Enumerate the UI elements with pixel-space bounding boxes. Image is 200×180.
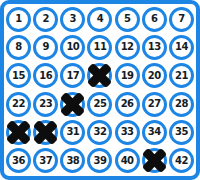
number-cell-33[interactable]: 33 bbox=[114, 118, 141, 146]
number-ball: 25 bbox=[87, 92, 112, 117]
number-ball: 33 bbox=[115, 120, 140, 145]
cell-number-label: 20 bbox=[148, 70, 161, 80]
cell-number-label: 16 bbox=[39, 70, 52, 80]
number-cell-28[interactable]: 28 bbox=[168, 90, 195, 118]
cell-number-label: 28 bbox=[175, 99, 188, 109]
cell-number-label: 38 bbox=[66, 155, 79, 165]
cell-number-label: 8 bbox=[15, 42, 21, 52]
number-cell-38[interactable]: 38 bbox=[59, 147, 86, 175]
number-ball: 9 bbox=[33, 35, 58, 60]
number-cell-22[interactable]: 22 bbox=[5, 90, 32, 118]
cell-number-label: 21 bbox=[175, 70, 188, 80]
number-cell-19[interactable]: 19 bbox=[114, 62, 141, 90]
cell-number-label: 12 bbox=[121, 42, 134, 52]
number-ball: 19 bbox=[115, 63, 140, 88]
number-ball: 21 bbox=[169, 63, 194, 88]
number-cell-8[interactable]: 8 bbox=[5, 33, 32, 61]
number-ball: 14 bbox=[169, 35, 194, 60]
number-ball: 6 bbox=[142, 7, 167, 32]
lottery-number-board: 1234567891011121314151617192021222325262… bbox=[0, 0, 200, 180]
cell-number-label: 26 bbox=[121, 99, 134, 109]
number-cell-13[interactable]: 13 bbox=[141, 33, 168, 61]
number-cell-9[interactable]: 9 bbox=[32, 33, 59, 61]
cell-number-label: 17 bbox=[66, 70, 79, 80]
number-cell-37[interactable]: 37 bbox=[32, 147, 59, 175]
cell-number-label: 6 bbox=[151, 14, 157, 24]
number-ball: 35 bbox=[169, 120, 194, 145]
number-cell-12[interactable]: 12 bbox=[114, 33, 141, 61]
crossed-ball bbox=[33, 120, 58, 145]
number-cell-1[interactable]: 1 bbox=[5, 5, 32, 33]
number-ball: 17 bbox=[60, 63, 85, 88]
cell-number-label: 5 bbox=[124, 14, 130, 24]
cell-number-label: 25 bbox=[94, 99, 107, 109]
cell-number-label: 19 bbox=[121, 70, 134, 80]
number-cell-7[interactable]: 7 bbox=[168, 5, 195, 33]
number-ball: 16 bbox=[33, 63, 58, 88]
cell-number-label: 7 bbox=[178, 14, 184, 24]
number-cell-16[interactable]: 16 bbox=[32, 62, 59, 90]
number-ball: 2 bbox=[33, 7, 58, 32]
cell-number-label: 39 bbox=[94, 155, 107, 165]
crossed-ball bbox=[142, 148, 167, 173]
number-cell-17[interactable]: 17 bbox=[59, 62, 86, 90]
number-cell-25[interactable]: 25 bbox=[86, 90, 113, 118]
cell-number-label: 35 bbox=[175, 127, 188, 137]
cell-number-label: 23 bbox=[39, 99, 52, 109]
number-cell-6[interactable]: 6 bbox=[141, 5, 168, 33]
cell-number-label: 40 bbox=[121, 155, 134, 165]
number-cell-31[interactable]: 31 bbox=[59, 118, 86, 146]
number-ball: 31 bbox=[60, 120, 85, 145]
number-cell-3[interactable]: 3 bbox=[59, 5, 86, 33]
number-ball: 23 bbox=[33, 92, 58, 117]
number-ball: 37 bbox=[33, 148, 58, 173]
number-cell-27[interactable]: 27 bbox=[141, 90, 168, 118]
cell-number-label: 15 bbox=[12, 70, 25, 80]
number-ball: 34 bbox=[142, 120, 167, 145]
number-cell-11[interactable]: 11 bbox=[86, 33, 113, 61]
cell-number-label: 37 bbox=[39, 155, 52, 165]
number-cell-42[interactable]: 42 bbox=[168, 147, 195, 175]
crossed-number-cell-30[interactable] bbox=[32, 118, 59, 146]
number-cell-10[interactable]: 10 bbox=[59, 33, 86, 61]
number-ball: 13 bbox=[142, 35, 167, 60]
number-ball: 12 bbox=[115, 35, 140, 60]
cell-number-label: 9 bbox=[42, 42, 48, 52]
crossed-ball bbox=[87, 63, 112, 88]
cell-number-label: 27 bbox=[148, 99, 161, 109]
number-cell-39[interactable]: 39 bbox=[86, 147, 113, 175]
number-ball: 8 bbox=[6, 35, 31, 60]
number-cell-4[interactable]: 4 bbox=[86, 5, 113, 33]
number-ball: 10 bbox=[60, 35, 85, 60]
cell-number-label: 3 bbox=[70, 14, 76, 24]
number-ball: 26 bbox=[115, 92, 140, 117]
number-cell-15[interactable]: 15 bbox=[5, 62, 32, 90]
cell-number-label: 1 bbox=[15, 14, 21, 24]
number-ball: 27 bbox=[142, 92, 167, 117]
cell-number-label: 33 bbox=[121, 127, 134, 137]
cell-number-label: 22 bbox=[12, 99, 25, 109]
number-cell-36[interactable]: 36 bbox=[5, 147, 32, 175]
number-cell-26[interactable]: 26 bbox=[114, 90, 141, 118]
number-cell-5[interactable]: 5 bbox=[114, 5, 141, 33]
number-ball: 4 bbox=[87, 7, 112, 32]
cell-number-label: 13 bbox=[148, 42, 161, 52]
number-cell-40[interactable]: 40 bbox=[114, 147, 141, 175]
crossed-number-cell-41[interactable] bbox=[141, 147, 168, 175]
number-ball: 3 bbox=[60, 7, 85, 32]
crossed-number-cell-18[interactable] bbox=[86, 62, 113, 90]
number-cell-14[interactable]: 14 bbox=[168, 33, 195, 61]
number-ball: 15 bbox=[6, 63, 31, 88]
number-ball: 22 bbox=[6, 92, 31, 117]
number-ball: 38 bbox=[60, 148, 85, 173]
crossed-ball bbox=[60, 92, 85, 117]
crossed-ball bbox=[6, 120, 31, 145]
cell-number-label: 2 bbox=[42, 14, 48, 24]
number-ball: 32 bbox=[87, 120, 112, 145]
number-cell-20[interactable]: 20 bbox=[141, 62, 168, 90]
number-ball: 5 bbox=[115, 7, 140, 32]
number-ball: 1 bbox=[6, 7, 31, 32]
cell-number-label: 36 bbox=[12, 155, 25, 165]
number-ball: 7 bbox=[169, 7, 194, 32]
cell-number-label: 11 bbox=[94, 42, 107, 52]
cell-number-label: 10 bbox=[66, 42, 79, 52]
cell-number-label: 31 bbox=[66, 127, 79, 137]
number-ball: 39 bbox=[87, 148, 112, 173]
number-cell-23[interactable]: 23 bbox=[32, 90, 59, 118]
number-cell-21[interactable]: 21 bbox=[168, 62, 195, 90]
number-ball: 20 bbox=[142, 63, 167, 88]
cell-number-label: 4 bbox=[97, 14, 103, 24]
number-ball: 11 bbox=[87, 35, 112, 60]
number-cell-2[interactable]: 2 bbox=[32, 5, 59, 33]
cell-number-label: 34 bbox=[148, 127, 161, 137]
crossed-number-cell-29[interactable] bbox=[5, 118, 32, 146]
number-ball: 42 bbox=[169, 148, 194, 173]
number-cell-35[interactable]: 35 bbox=[168, 118, 195, 146]
cell-number-label: 14 bbox=[175, 42, 188, 52]
number-cell-34[interactable]: 34 bbox=[141, 118, 168, 146]
number-ball: 36 bbox=[6, 148, 31, 173]
number-ball: 40 bbox=[115, 148, 140, 173]
crossed-number-cell-24[interactable] bbox=[59, 90, 86, 118]
cell-number-label: 42 bbox=[175, 155, 188, 165]
cell-number-label: 32 bbox=[94, 127, 107, 137]
number-cell-32[interactable]: 32 bbox=[86, 118, 113, 146]
number-ball: 28 bbox=[169, 92, 194, 117]
